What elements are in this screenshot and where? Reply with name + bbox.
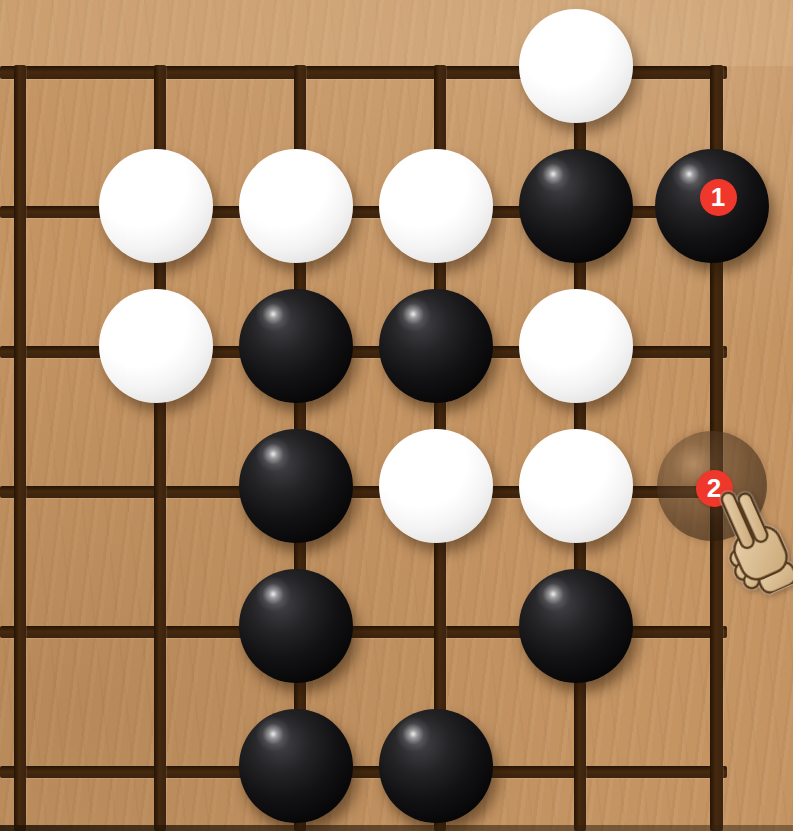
black-stone: [379, 709, 493, 823]
bottom-shadow-strip: [0, 825, 793, 831]
vertical-grid-line: [14, 65, 26, 831]
white-stone: [99, 149, 213, 263]
black-stone: [239, 569, 353, 683]
white-stone: [519, 289, 633, 403]
go-board[interactable]: 12: [0, 0, 793, 831]
black-stone: [239, 289, 353, 403]
white-stone: [519, 429, 633, 543]
move-number-badge: 1: [700, 179, 737, 216]
white-stone: [99, 289, 213, 403]
black-stone: [239, 429, 353, 543]
black-stone: [379, 289, 493, 403]
black-stone: [519, 569, 633, 683]
white-stone: [239, 149, 353, 263]
white-stone: [379, 149, 493, 263]
horizontal-grid-line: [0, 766, 727, 778]
black-stone: [239, 709, 353, 823]
white-stone: [379, 429, 493, 543]
white-stone: [519, 9, 633, 123]
black-stone: [519, 149, 633, 263]
